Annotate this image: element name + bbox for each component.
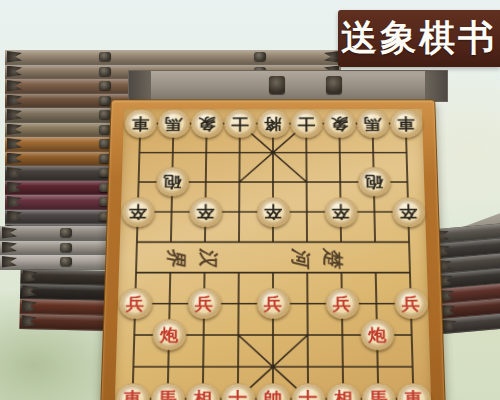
piece-character: 炮 bbox=[368, 326, 387, 343]
xiangqi-piece-black[interactable]: 馬 bbox=[356, 109, 389, 138]
clasp-icon bbox=[99, 67, 111, 76]
piece-character: 象 bbox=[198, 116, 216, 132]
piece-character: 馬 bbox=[158, 390, 177, 400]
corner-guard-icon bbox=[324, 51, 339, 63]
corner-guard-icon bbox=[2, 242, 17, 254]
xiangqi-piece-red[interactable]: 車 bbox=[115, 383, 150, 400]
xiangqi-piece-red[interactable]: 馬 bbox=[150, 383, 185, 400]
board-frame: 汉界 楚河 車馬象士將士象馬車砲砲卒卒卒卒卒兵兵兵兵兵炮炮車馬相士帥士相馬車 bbox=[99, 100, 446, 400]
corner-guard-icon bbox=[7, 109, 22, 121]
piece-character: 車 bbox=[404, 390, 423, 400]
corner-guard-icon bbox=[7, 80, 22, 92]
piece-character: 馬 bbox=[369, 390, 388, 400]
board-grid[interactable]: 車馬象士將士象馬車砲砲卒卒卒卒卒兵兵兵兵兵炮炮車馬相士帥士相馬車 bbox=[114, 109, 431, 400]
corner-guard-icon bbox=[2, 227, 17, 239]
corner-guard-icon bbox=[22, 285, 37, 297]
xiangqi-board[interactable]: 汉界 楚河 車馬象士將士象馬車砲砲卒卒卒卒卒兵兵兵兵兵炮炮車馬相士帥士相馬車 bbox=[99, 100, 446, 400]
xiangqi-piece-black[interactable]: 士 bbox=[290, 109, 322, 138]
clasp-icon bbox=[254, 52, 266, 61]
folded-board-box bbox=[5, 50, 341, 65]
closed-board-box bbox=[128, 70, 448, 102]
piece-character: 士 bbox=[231, 116, 249, 132]
piece-character: 卒 bbox=[399, 204, 417, 220]
xiangqi-piece-red[interactable]: 相 bbox=[185, 383, 220, 400]
xiangqi-piece-black[interactable]: 砲 bbox=[156, 167, 189, 196]
xiangqi-piece-black[interactable]: 砲 bbox=[357, 167, 390, 196]
box-end-cap bbox=[129, 71, 151, 101]
piece-character: 帥 bbox=[264, 390, 283, 400]
piece-character: 卒 bbox=[332, 204, 350, 220]
piece-character: 砲 bbox=[365, 174, 383, 190]
xiangqi-piece-red[interactable]: 相 bbox=[326, 383, 361, 400]
corner-guard-icon bbox=[7, 167, 22, 179]
xiangqi-piece-red[interactable]: 士 bbox=[291, 383, 325, 400]
xiangqi-piece-black[interactable]: 卒 bbox=[189, 197, 222, 227]
promo-banner: 送象棋书 bbox=[338, 10, 500, 67]
xiangqi-piece-black[interactable]: 卒 bbox=[257, 197, 290, 227]
piece-character: 士 bbox=[299, 390, 318, 400]
corner-guard-icon bbox=[7, 95, 22, 107]
clasp-icon bbox=[60, 228, 72, 237]
clasp-icon bbox=[99, 81, 111, 90]
piece-character: 兵 bbox=[264, 295, 282, 312]
xiangqi-piece-red[interactable]: 帥 bbox=[256, 383, 290, 400]
promo-banner-text: 送象棋书 bbox=[341, 14, 497, 63]
xiangqi-piece-black[interactable]: 將 bbox=[257, 109, 289, 138]
corner-guard-icon bbox=[22, 300, 37, 312]
xiangqi-piece-red[interactable]: 兵 bbox=[394, 288, 428, 319]
piece-character: 車 bbox=[123, 390, 142, 400]
piece-character: 卒 bbox=[196, 204, 214, 220]
piece-character: 兵 bbox=[333, 295, 351, 312]
piece-character: 兵 bbox=[401, 295, 420, 312]
piece-character: 士 bbox=[297, 116, 315, 132]
piece-character: 馬 bbox=[164, 116, 182, 132]
piece-character: 炮 bbox=[160, 326, 179, 343]
corner-guard-icon bbox=[7, 138, 22, 150]
xiangqi-piece-red[interactable]: 兵 bbox=[118, 288, 152, 319]
xiangqi-piece-black[interactable]: 士 bbox=[224, 109, 256, 138]
piece-character: 車 bbox=[131, 116, 149, 132]
xiangqi-piece-black[interactable]: 象 bbox=[190, 109, 223, 138]
piece-character: 士 bbox=[228, 390, 247, 400]
piece-character: 將 bbox=[264, 116, 282, 132]
corner-guard-icon bbox=[7, 66, 22, 78]
product-photo-scene: 汉界 楚河 車馬象士將士象馬車砲砲卒卒卒卒卒兵兵兵兵兵炮炮車馬相士帥士相馬車 送… bbox=[0, 0, 500, 400]
piece-character: 兵 bbox=[195, 295, 213, 312]
clasp-icon bbox=[269, 76, 285, 94]
corner-guard-icon bbox=[21, 315, 36, 327]
xiangqi-piece-black[interactable]: 馬 bbox=[157, 109, 190, 138]
corner-guard-icon bbox=[7, 124, 22, 136]
xiangqi-piece-red[interactable]: 炮 bbox=[152, 319, 186, 350]
xiangqi-piece-red[interactable]: 士 bbox=[221, 383, 255, 400]
xiangqi-piece-black[interactable]: 卒 bbox=[121, 197, 155, 227]
piece-character: 車 bbox=[397, 116, 415, 132]
piece-character: 兵 bbox=[126, 295, 145, 312]
piece-character: 卒 bbox=[129, 204, 147, 220]
xiangqi-piece-red[interactable]: 炮 bbox=[360, 319, 394, 350]
folded-board-box bbox=[19, 314, 109, 331]
corner-guard-icon bbox=[7, 153, 22, 165]
xiangqi-piece-red[interactable]: 馬 bbox=[361, 383, 396, 400]
clasp-icon bbox=[60, 257, 72, 266]
clasp-icon bbox=[99, 52, 111, 61]
corner-guard-icon bbox=[2, 256, 17, 268]
xiangqi-piece-black[interactable]: 車 bbox=[124, 109, 157, 138]
xiangqi-piece-red[interactable]: 兵 bbox=[325, 288, 359, 319]
corner-guard-icon bbox=[22, 270, 37, 282]
clasp-icon bbox=[326, 76, 342, 94]
board-surface: 汉界 楚河 車馬象士將士象馬車砲砲卒卒卒卒卒兵兵兵兵兵炮炮車馬相士帥士相馬車 bbox=[114, 109, 431, 400]
xiangqi-piece-black[interactable]: 卒 bbox=[324, 197, 357, 227]
corner-guard-icon bbox=[7, 182, 22, 194]
clasp-icon bbox=[60, 243, 72, 252]
piece-character: 象 bbox=[330, 116, 348, 132]
clasp-icon bbox=[99, 96, 111, 105]
box-end-cap bbox=[425, 71, 447, 101]
piece-character: 砲 bbox=[163, 174, 181, 190]
corner-guard-icon bbox=[7, 51, 22, 63]
corner-guard-icon bbox=[7, 196, 22, 208]
xiangqi-piece-red[interactable]: 車 bbox=[396, 383, 431, 400]
xiangqi-piece-red[interactable]: 兵 bbox=[187, 288, 221, 319]
stack-bottom-left-boards bbox=[19, 269, 110, 331]
corner-guard-icon bbox=[7, 211, 22, 223]
corner-guard-icon bbox=[441, 319, 457, 332]
xiangqi-piece-black[interactable]: 車 bbox=[389, 109, 422, 138]
piece-character: 馬 bbox=[364, 116, 382, 132]
xiangqi-piece-red[interactable]: 兵 bbox=[256, 288, 290, 319]
piece-character: 相 bbox=[193, 390, 212, 400]
xiangqi-piece-black[interactable]: 象 bbox=[323, 109, 356, 138]
piece-character: 相 bbox=[334, 390, 353, 400]
piece-character: 卒 bbox=[264, 204, 282, 220]
xiangqi-piece-black[interactable]: 卒 bbox=[391, 197, 425, 227]
